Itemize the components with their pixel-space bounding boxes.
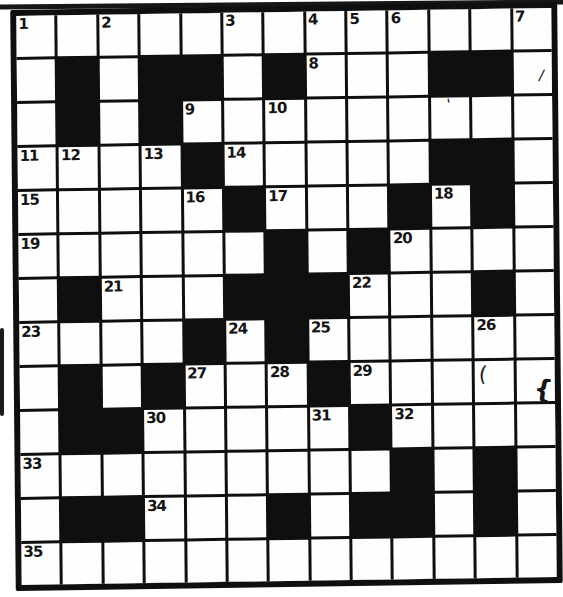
cell-r7c9[interactable]: 22 [350, 274, 389, 316]
cell-r2c11-black [430, 53, 469, 95]
clue-number-2: 2 [101, 15, 111, 32]
cell-r2c2-black [58, 59, 97, 101]
cell-r11c2[interactable] [62, 455, 101, 497]
cell-r4c9[interactable] [349, 142, 388, 184]
cell-r7c1[interactable] [19, 279, 58, 321]
cell-r6c1[interactable]: 19 [18, 235, 57, 277]
cell-r6c11[interactable] [432, 229, 471, 271]
scan-artifact-left-streak [0, 328, 4, 416]
cell-r4c10[interactable] [390, 142, 429, 184]
cell-r13c1[interactable]: 35 [21, 543, 60, 585]
cell-r12c10-black [393, 494, 432, 536]
cell-r1c8[interactable]: 4 [306, 11, 345, 53]
cell-r13c3[interactable] [104, 542, 143, 584]
cell-r13c7[interactable] [270, 540, 309, 582]
cell-r5c6-black [225, 188, 264, 230]
clue-number-22: 22 [352, 275, 371, 292]
clue-number-34: 34 [147, 498, 166, 515]
cell-r1c10[interactable]: 6 [389, 10, 428, 52]
cell-r1c12[interactable] [471, 9, 510, 51]
cell-r3c13[interactable] [514, 96, 553, 138]
clue-number-23: 23 [21, 324, 40, 341]
clue-number-10: 10 [267, 100, 286, 117]
cell-r13c9[interactable] [352, 538, 391, 580]
clue-number-19: 19 [20, 236, 39, 253]
cell-r7c12-black [474, 273, 513, 315]
cell-r7c3[interactable]: 21 [102, 278, 141, 320]
cell-r12c11[interactable] [435, 493, 474, 535]
cell-r9c3[interactable] [102, 366, 141, 408]
cell-r12c2-black [62, 499, 101, 541]
cell-r5c8[interactable] [308, 187, 347, 229]
cell-r12c6[interactable] [228, 496, 267, 538]
cell-r6c7-black [267, 232, 306, 274]
clue-number-7: 7 [515, 8, 525, 25]
cell-r6c9-black [349, 230, 388, 272]
cell-r8c8[interactable]: 25 [309, 319, 348, 361]
cell-r5c5[interactable]: 16 [183, 189, 222, 231]
clue-number-20: 20 [393, 230, 412, 247]
cell-r10c4[interactable]: 30 [144, 409, 183, 451]
cell-r7c8-black [308, 275, 347, 317]
cell-r9c2-black [61, 367, 100, 409]
cell-r8c13[interactable] [516, 316, 555, 358]
clue-number-14: 14 [226, 145, 245, 162]
cell-r12c7-black [269, 496, 308, 538]
cell-r3c12[interactable] [472, 97, 511, 139]
cell-r8c4[interactable] [143, 321, 182, 363]
cell-r9c1[interactable] [20, 367, 59, 409]
cell-r5c11[interactable]: 18 [432, 185, 471, 227]
cell-r11c10-black [393, 450, 432, 492]
cell-r10c1[interactable] [20, 411, 59, 453]
cell-r10c2-black [61, 411, 100, 453]
cell-r6c2[interactable] [60, 235, 99, 277]
clue-number-1: 1 [18, 16, 28, 33]
cell-r10c5[interactable] [186, 409, 225, 451]
cell-r4c12-black [473, 141, 512, 183]
cell-r3c5[interactable]: 9 [183, 101, 222, 143]
clue-number-31: 31 [312, 407, 331, 424]
clue-number-12: 12 [61, 147, 80, 164]
clue-number-30: 30 [146, 410, 165, 427]
cell-r5c7[interactable]: 17 [266, 188, 305, 230]
cell-r2c9[interactable] [348, 54, 387, 96]
clue-number-25: 25 [311, 319, 330, 336]
cell-r7c13[interactable] [515, 272, 554, 314]
cell-r7c2-black [60, 279, 99, 321]
cell-r11c9[interactable] [352, 450, 391, 492]
cell-r6c6[interactable] [225, 232, 264, 274]
cell-r5c12-black [473, 185, 512, 227]
cell-r9c6[interactable] [227, 364, 266, 406]
cell-r7c10[interactable] [391, 274, 430, 316]
cell-r11c1[interactable]: 33 [20, 455, 59, 497]
crossword-grid: 12345678/910'111213141516171819202122232… [16, 8, 556, 585]
cell-r11c6[interactable] [227, 452, 266, 494]
cell-r1c7[interactable] [265, 12, 304, 54]
cell-r4c6[interactable]: 14 [224, 144, 263, 186]
cell-r13c10[interactable] [394, 538, 433, 580]
clue-number-24: 24 [228, 321, 247, 338]
cell-r9c10[interactable] [392, 362, 431, 404]
cell-r6c5[interactable] [184, 233, 223, 275]
cell-r12c8[interactable] [311, 495, 350, 537]
cell-r1c2[interactable] [58, 15, 97, 57]
cell-r10c8[interactable]: 31 [310, 407, 349, 449]
cell-r3c3[interactable] [100, 102, 139, 144]
cell-r5c10-black [390, 186, 429, 228]
clue-number-4: 4 [308, 11, 318, 28]
cell-r2c7-black [265, 56, 304, 98]
cell-r3c8[interactable] [307, 99, 346, 141]
clue-number-16: 16 [185, 189, 204, 206]
cell-r1c9[interactable]: 5 [347, 10, 386, 52]
clue-number-3: 3 [225, 13, 235, 30]
cell-r4c11-black [431, 141, 470, 183]
cell-r3c10[interactable] [390, 98, 429, 140]
cell-r4c2[interactable]: 12 [59, 147, 98, 189]
cell-r11c5[interactable] [186, 453, 225, 495]
cell-r12c9-black [352, 494, 391, 536]
clue-number-29: 29 [353, 363, 372, 380]
cell-r10c12[interactable] [475, 405, 514, 447]
cell-r8c6[interactable]: 24 [226, 320, 265, 362]
cell-r11c7[interactable] [269, 452, 308, 494]
cell-r13c4[interactable] [145, 541, 184, 583]
cell-r6c8[interactable] [308, 231, 347, 273]
cell-r7c11[interactable] [433, 273, 472, 315]
cell-r10c3-black [103, 410, 142, 452]
cell-r4c1[interactable]: 11 [18, 147, 57, 189]
cell-r5c1[interactable]: 15 [18, 191, 57, 233]
cell-r10c9-black [351, 406, 390, 448]
clue-number-13: 13 [144, 146, 163, 163]
cell-r10c13[interactable] [517, 404, 556, 446]
clue-number-9: 9 [185, 101, 195, 118]
cell-r12c1[interactable] [21, 499, 60, 541]
cell-r7c7-black [267, 276, 306, 318]
clue-number-18: 18 [434, 185, 453, 202]
cell-r8c12[interactable]: 26 [474, 317, 513, 359]
cell-r13c2[interactable] [63, 543, 102, 585]
ink-mark: / [538, 68, 545, 84]
cell-r13c13[interactable] [518, 536, 557, 578]
cell-r10c11[interactable] [434, 405, 473, 447]
cell-r2c3[interactable] [99, 58, 138, 100]
cell-r1c6[interactable]: 3 [223, 12, 262, 54]
clue-number-11: 11 [20, 148, 39, 165]
cell-r4c4[interactable]: 13 [142, 146, 181, 188]
ink-mark: ' [446, 97, 452, 112]
cell-r13c5[interactable] [187, 541, 226, 583]
cell-r11c3[interactable] [103, 454, 142, 496]
cell-r4c8[interactable] [307, 143, 346, 185]
cell-r6c12[interactable] [474, 229, 513, 271]
clue-number-35: 35 [23, 544, 42, 561]
cell-r2c13[interactable]: / [513, 52, 552, 94]
cell-r8c2[interactable] [61, 323, 100, 365]
cell-r11c8[interactable] [310, 451, 349, 493]
clue-number-8: 8 [308, 55, 318, 72]
crossword-board: 12345678/910'111213141516171819202122232… [10, 2, 563, 591]
cell-r3c2-black [58, 103, 97, 145]
cell-r10c6[interactable] [227, 408, 266, 450]
cell-r9c11[interactable] [433, 361, 472, 403]
cell-r13c6[interactable] [228, 540, 267, 582]
cell-r4c5-black [183, 145, 222, 187]
cell-r11c4[interactable] [145, 453, 184, 495]
clue-number-26: 26 [476, 317, 495, 334]
cell-r12c5[interactable] [186, 497, 225, 539]
cell-r5c3[interactable] [101, 190, 140, 232]
cell-r11c13[interactable] [517, 448, 556, 490]
cell-r3c1[interactable] [17, 103, 56, 145]
cell-r2c12-black [472, 53, 511, 95]
cell-r6c4[interactable] [143, 234, 182, 276]
cell-r2c10[interactable] [389, 54, 428, 96]
cell-r4c7[interactable] [266, 144, 305, 186]
cell-r3c11[interactable]: ' [431, 97, 470, 139]
clue-number-21: 21 [104, 278, 123, 295]
clue-number-15: 15 [20, 192, 39, 209]
cell-r8c11[interactable] [433, 317, 472, 359]
cell-r8c3[interactable] [102, 322, 141, 364]
clue-number-5: 5 [349, 11, 359, 28]
clue-number-33: 33 [22, 456, 41, 473]
cell-r13c12[interactable] [477, 537, 516, 579]
cell-r1c4[interactable] [140, 14, 179, 56]
cell-r12c12-black [476, 493, 515, 535]
cell-r1c5[interactable] [182, 13, 221, 55]
cell-r1c11[interactable] [430, 9, 469, 51]
cell-r3c9[interactable] [348, 98, 387, 140]
cell-r12c13[interactable] [517, 492, 556, 534]
cell-r2c8[interactable]: 8 [306, 55, 345, 97]
cell-r8c1[interactable]: 23 [19, 323, 58, 365]
ink-mark: ( [478, 364, 488, 386]
cell-r9c7[interactable]: 28 [268, 364, 307, 406]
cell-r7c5[interactable] [184, 277, 223, 319]
cell-r4c13[interactable] [514, 140, 553, 182]
cell-r6c10[interactable]: 20 [391, 230, 430, 272]
cell-r12c3-black [104, 498, 143, 540]
cell-r3c6[interactable] [224, 100, 263, 142]
cell-r11c12-black [476, 449, 515, 491]
clue-number-17: 17 [268, 188, 287, 205]
cell-r5c4[interactable] [142, 190, 181, 232]
cell-r1c3[interactable]: 2 [99, 14, 138, 56]
cell-r13c8[interactable] [311, 539, 350, 581]
cell-r2c4-black [141, 58, 180, 100]
clue-number-27: 27 [187, 365, 206, 382]
cell-r2c6[interactable] [224, 56, 263, 98]
cell-r2c1[interactable] [17, 59, 56, 101]
cell-r9c9[interactable]: 29 [351, 362, 390, 404]
cell-r8c10[interactable] [392, 318, 431, 360]
cell-r9c5[interactable]: 27 [185, 365, 224, 407]
cell-r5c13[interactable] [515, 184, 554, 226]
cell-r1c1[interactable]: 1 [16, 15, 55, 57]
cell-r6c3[interactable] [101, 234, 140, 276]
cell-r2c5-black [182, 57, 221, 99]
clue-number-28: 28 [270, 364, 289, 381]
cell-r6c13[interactable] [515, 228, 554, 270]
cell-r9c8-black [309, 363, 348, 405]
cell-r9c4-black [144, 365, 183, 407]
cell-r10c7[interactable] [268, 408, 307, 450]
cell-r7c6-black [226, 276, 265, 318]
clue-number-32: 32 [394, 406, 413, 423]
cell-r7c4[interactable] [143, 278, 182, 320]
cell-r10c10[interactable]: 32 [392, 406, 431, 448]
cell-r3c7[interactable]: 10 [265, 100, 304, 142]
cell-r4c3[interactable] [100, 146, 139, 188]
cell-r11c11[interactable] [434, 449, 473, 491]
cell-r5c9[interactable] [349, 186, 388, 228]
cell-r8c9[interactable] [350, 318, 389, 360]
cell-r8c5-black [185, 321, 224, 363]
cell-r1c13[interactable]: 7 [513, 8, 552, 50]
cell-r13c11[interactable] [435, 537, 474, 579]
cell-r8c7-black [267, 320, 306, 362]
cell-r5c2[interactable] [59, 191, 98, 233]
clue-number-6: 6 [391, 10, 401, 27]
crossword-page: 12345678/910'111213141516171819202122232… [0, 0, 563, 597]
cell-r3c4-black [141, 102, 180, 144]
cell-r9c12[interactable]: ( [475, 361, 514, 403]
cell-r12c4[interactable]: 34 [145, 497, 184, 539]
